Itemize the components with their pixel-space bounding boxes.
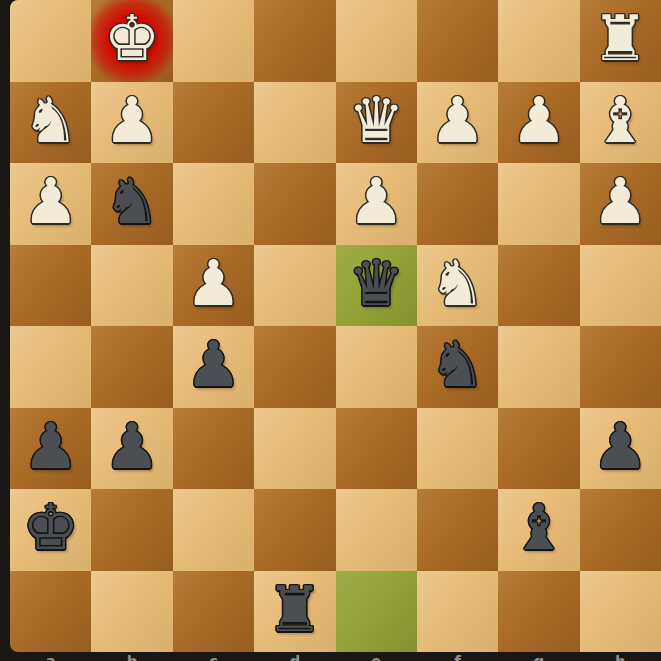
square-e8[interactable] [336,0,417,82]
square-f3[interactable] [417,408,498,490]
square-g1[interactable] [498,571,579,653]
black-pawn[interactable]: ♟ [185,333,241,396]
square-h1[interactable] [580,571,661,653]
file-label-d: d [289,653,300,661]
square-g8[interactable] [498,0,579,82]
black-king[interactable]: ♚ [22,496,78,559]
square-d4[interactable] [254,326,335,408]
black-queen[interactable]: ♛ [348,252,404,315]
square-a2[interactable]: ♚ [10,489,91,571]
square-c6[interactable] [173,163,254,245]
white-pawn[interactable]: ♟ [22,170,78,233]
square-f2[interactable] [417,489,498,571]
square-b2[interactable] [91,489,172,571]
white-pawn[interactable]: ♟ [185,252,241,315]
square-d8[interactable] [254,0,335,82]
square-c1[interactable] [173,571,254,653]
black-knight[interactable]: ♞ [104,170,160,233]
square-f4[interactable]: ♞ [417,326,498,408]
white-king[interactable]: ♚ [104,7,160,70]
square-b5[interactable] [91,245,172,327]
square-e5[interactable]: ♛ [336,245,417,327]
square-b7[interactable]: ♟ [91,82,172,164]
square-c3[interactable] [173,408,254,490]
square-c2[interactable] [173,489,254,571]
white-pawn[interactable]: ♟ [348,170,404,233]
square-d3[interactable] [254,408,335,490]
square-f1[interactable] [417,571,498,653]
file-coordinates: abcdefgh [10,652,661,661]
square-g7[interactable]: ♟ [498,82,579,164]
white-knight[interactable]: ♞ [429,252,485,315]
file-label-e: e [371,653,381,661]
file-label-a: a [46,653,56,661]
square-c7[interactable] [173,82,254,164]
white-queen[interactable]: ♛ [348,89,404,152]
square-f7[interactable]: ♟ [417,82,498,164]
white-pawn[interactable]: ♟ [511,89,567,152]
square-g4[interactable] [498,326,579,408]
square-h6[interactable]: ♟ [580,163,661,245]
black-pawn[interactable]: ♟ [592,415,648,478]
square-d6[interactable] [254,163,335,245]
black-knight[interactable]: ♞ [429,333,485,396]
square-d1[interactable]: ♜ [254,571,335,653]
square-g6[interactable] [498,163,579,245]
square-a4[interactable] [10,326,91,408]
square-g5[interactable] [498,245,579,327]
white-pawn[interactable]: ♟ [104,89,160,152]
square-g3[interactable] [498,408,579,490]
square-e4[interactable] [336,326,417,408]
white-rook[interactable]: ♜ [592,7,648,70]
file-label-g: g [534,653,545,661]
square-a8[interactable] [10,0,91,82]
white-knight[interactable]: ♞ [22,89,78,152]
square-e6[interactable]: ♟ [336,163,417,245]
black-bishop[interactable]: ♝ [511,496,567,559]
square-f6[interactable] [417,163,498,245]
square-e3[interactable] [336,408,417,490]
square-b4[interactable] [91,326,172,408]
square-a5[interactable] [10,245,91,327]
square-h2[interactable] [580,489,661,571]
square-b8[interactable]: ♚ [91,0,172,82]
square-c4[interactable]: ♟ [173,326,254,408]
square-h4[interactable] [580,326,661,408]
square-b1[interactable] [91,571,172,653]
square-d2[interactable] [254,489,335,571]
square-d7[interactable] [254,82,335,164]
square-a1[interactable] [10,571,91,653]
square-f8[interactable] [417,0,498,82]
file-label-b: b [127,653,138,661]
square-h3[interactable]: ♟ [580,408,661,490]
square-a6[interactable]: ♟ [10,163,91,245]
square-e7[interactable]: ♛ [336,82,417,164]
square-a7[interactable]: ♞ [10,82,91,164]
square-h7[interactable]: ♝ [580,82,661,164]
file-label-h: h [615,653,626,661]
file-label-c: c [209,653,218,661]
file-label-f: f [454,653,461,661]
white-pawn[interactable]: ♟ [592,170,648,233]
black-pawn[interactable]: ♟ [104,415,160,478]
white-pawn[interactable]: ♟ [429,89,485,152]
square-e2[interactable] [336,489,417,571]
square-c5[interactable]: ♟ [173,245,254,327]
square-b3[interactable]: ♟ [91,408,172,490]
black-rook[interactable]: ♜ [267,578,323,641]
square-d5[interactable] [254,245,335,327]
square-g2[interactable]: ♝ [498,489,579,571]
side-gutter [0,0,10,661]
square-h8[interactable]: ♜ [580,0,661,82]
square-b6[interactable]: ♞ [91,163,172,245]
chess-board[interactable]: ♚♜♞♟♛♟♟♝♟♞♟♟♟♛♞♟♞♟♟♟♚♝♜ [10,0,661,652]
square-e1[interactable] [336,571,417,653]
square-f5[interactable]: ♞ [417,245,498,327]
square-a3[interactable]: ♟ [10,408,91,490]
square-c8[interactable] [173,0,254,82]
square-h5[interactable] [580,245,661,327]
white-bishop[interactable]: ♝ [592,89,648,152]
black-pawn[interactable]: ♟ [22,415,78,478]
